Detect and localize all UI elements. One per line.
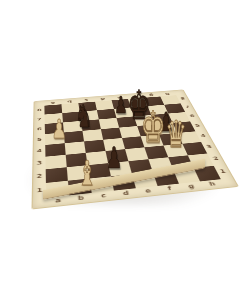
- file-label-front-b: b: [69, 193, 93, 204]
- file-label-front-c: c: [92, 191, 116, 202]
- file-label-front-e: e: [136, 186, 161, 197]
- rank-label-left-2: 2: [33, 169, 46, 184]
- chess-set-product-photo[interactable]: abcdefgh8877665544332211abcdefgh ♟♚♞♟♟♚♛…: [0, 0, 240, 303]
- file-label-front-d: d: [114, 188, 138, 199]
